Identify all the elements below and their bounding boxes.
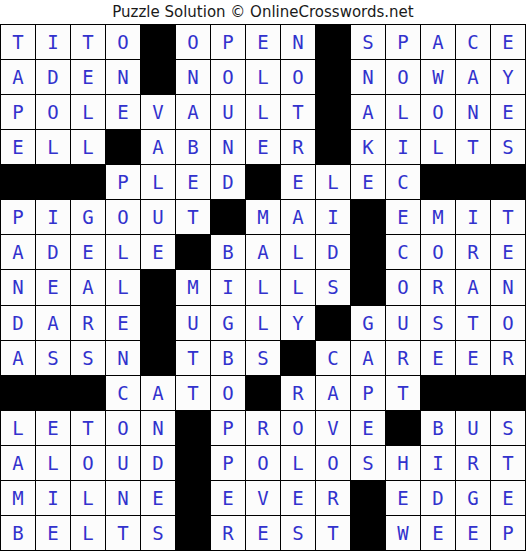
block-cell-r11c13	[421, 376, 455, 410]
letter-cell-r8c14: A	[456, 270, 490, 304]
letter-cell-r13c8: O	[246, 446, 280, 480]
letter-cell-r9c8: L	[246, 306, 280, 340]
letter-cell-r10c7: B	[211, 341, 245, 375]
block-cell-r10c9	[281, 341, 315, 375]
letter-cell-r3c14: N	[456, 95, 490, 129]
letter-cell-r12c13: B	[421, 411, 455, 445]
block-cell-r2c5	[141, 60, 175, 94]
letter-cell-r10c13: E	[421, 341, 455, 375]
block-cell-r5c8	[246, 165, 280, 199]
block-cell-r12c12	[386, 411, 420, 445]
letter-cell-r10c14: E	[456, 341, 490, 375]
letter-cell-r3c2: O	[36, 95, 70, 129]
block-cell-r11c1	[1, 376, 35, 410]
letter-cell-r2c13: W	[421, 60, 455, 94]
letter-cell-r8c10: S	[316, 270, 350, 304]
letter-cell-r13c14: R	[456, 446, 490, 480]
puzzle-solution-page: Puzzle Solution © OnlineCrosswords.net T…	[0, 0, 526, 551]
letter-cell-r7c7: B	[211, 235, 245, 269]
letter-cell-r5c7: D	[211, 165, 245, 199]
letter-cell-r12c7: P	[211, 411, 245, 445]
letter-cell-r11c12: T	[386, 376, 420, 410]
letter-cell-r4c6: B	[176, 130, 210, 164]
letter-cell-r3c1: P	[1, 95, 35, 129]
letter-cell-r2c7: O	[211, 60, 245, 94]
letter-cell-r14c14: G	[456, 481, 490, 515]
letter-cell-r14c7: E	[211, 481, 245, 515]
letter-cell-r8c9: L	[281, 270, 315, 304]
letter-cell-r6c6: T	[176, 200, 210, 234]
letter-cell-r2c8: L	[246, 60, 280, 94]
letter-cell-r6c15: T	[491, 200, 525, 234]
letter-cell-r10c12: R	[386, 341, 420, 375]
block-cell-r8c5	[141, 270, 175, 304]
letter-cell-r12c8: R	[246, 411, 280, 445]
letter-cell-r10c2: S	[36, 341, 70, 375]
letter-cell-r3c13: O	[421, 95, 455, 129]
letter-cell-r5c12: C	[386, 165, 420, 199]
letter-cell-r2c3: E	[71, 60, 105, 94]
letter-cell-r14c12: E	[386, 481, 420, 515]
letter-cell-r6c1: P	[1, 200, 35, 234]
letter-cell-r14c13: D	[421, 481, 455, 515]
letter-cell-r15c8: E	[246, 516, 280, 550]
letter-cell-r7c10: D	[316, 235, 350, 269]
letter-cell-r6c8: M	[246, 200, 280, 234]
letter-cell-r8c4: L	[106, 270, 140, 304]
letter-cell-r15c3: L	[71, 516, 105, 550]
letter-cell-r15c14: E	[456, 516, 490, 550]
letter-cell-r8c8: L	[246, 270, 280, 304]
letter-cell-r1c15: E	[491, 25, 525, 59]
letter-cell-r3c12: L	[386, 95, 420, 129]
letter-cell-r3c7: U	[211, 95, 245, 129]
letter-cell-r15c9: S	[281, 516, 315, 550]
letter-cell-r6c14: I	[456, 200, 490, 234]
letter-cell-r7c8: A	[246, 235, 280, 269]
letter-cell-r14c1: M	[1, 481, 35, 515]
letter-cell-r1c9: N	[281, 25, 315, 59]
letter-cell-r10c15: R	[491, 341, 525, 375]
letter-cell-r9c13: S	[421, 306, 455, 340]
letter-cell-r13c1: A	[1, 446, 35, 480]
letter-cell-r12c5: N	[141, 411, 175, 445]
letter-cell-r3c11: A	[351, 95, 385, 129]
letter-cell-r2c15: Y	[491, 60, 525, 94]
letter-cell-r14c8: V	[246, 481, 280, 515]
letter-cell-r9c4: E	[106, 306, 140, 340]
letter-cell-r14c15: E	[491, 481, 525, 515]
letter-cell-r10c4: N	[106, 341, 140, 375]
block-cell-r5c13	[421, 165, 455, 199]
letter-cell-r15c4: T	[106, 516, 140, 550]
letter-cell-r9c12: U	[386, 306, 420, 340]
block-cell-r5c3	[71, 165, 105, 199]
letter-cell-r4c13: L	[421, 130, 455, 164]
letter-cell-r12c3: T	[71, 411, 105, 445]
letter-cell-r2c6: N	[176, 60, 210, 94]
block-cell-r8c11	[351, 270, 385, 304]
letter-cell-r6c4: O	[106, 200, 140, 234]
block-cell-r11c2	[36, 376, 70, 410]
letter-cell-r10c1: A	[1, 341, 35, 375]
block-cell-r11c14	[456, 376, 490, 410]
block-cell-r5c2	[36, 165, 70, 199]
letter-cell-r6c12: E	[386, 200, 420, 234]
letter-cell-r12c11: E	[351, 411, 385, 445]
letter-cell-r13c10: O	[316, 446, 350, 480]
letter-cell-r10c3: S	[71, 341, 105, 375]
letter-cell-r15c5: S	[141, 516, 175, 550]
letter-cell-r1c13: A	[421, 25, 455, 59]
letter-cell-r13c15: T	[491, 446, 525, 480]
letter-cell-r6c5: U	[141, 200, 175, 234]
letter-cell-r5c6: E	[176, 165, 210, 199]
letter-cell-r11c6: T	[176, 376, 210, 410]
block-cell-r6c7	[211, 200, 245, 234]
letter-cell-r8c15: N	[491, 270, 525, 304]
letter-cell-r4c7: N	[211, 130, 245, 164]
letter-cell-r13c13: I	[421, 446, 455, 480]
letter-cell-r2c9: O	[281, 60, 315, 94]
letter-cell-r1c4: O	[106, 25, 140, 59]
letter-cell-r12c15: S	[491, 411, 525, 445]
block-cell-r12c6	[176, 411, 210, 445]
block-cell-r14c6	[176, 481, 210, 515]
letter-cell-r9c11: G	[351, 306, 385, 340]
letter-cell-r1c3: T	[71, 25, 105, 59]
letter-cell-r7c15: E	[491, 235, 525, 269]
letter-cell-r7c13: O	[421, 235, 455, 269]
letter-cell-r9c1: D	[1, 306, 35, 340]
letter-cell-r2c11: N	[351, 60, 385, 94]
letter-cell-r4c8: E	[246, 130, 280, 164]
block-cell-r4c4	[106, 130, 140, 164]
block-cell-r9c10	[316, 306, 350, 340]
letter-cell-r3c15: E	[491, 95, 525, 129]
letter-cell-r2c12: O	[386, 60, 420, 94]
letter-cell-r9c2: A	[36, 306, 70, 340]
letter-cell-r12c10: V	[316, 411, 350, 445]
letter-cell-r6c2: I	[36, 200, 70, 234]
letter-cell-r3c9: T	[281, 95, 315, 129]
letter-cell-r4c12: I	[386, 130, 420, 164]
letter-cell-r7c4: L	[106, 235, 140, 269]
letter-cell-r10c11: A	[351, 341, 385, 375]
block-cell-r5c14	[456, 165, 490, 199]
letter-cell-r14c4: N	[106, 481, 140, 515]
letter-cell-r7c12: C	[386, 235, 420, 269]
letter-cell-r14c3: L	[71, 481, 105, 515]
letter-cell-r10c8: S	[246, 341, 280, 375]
block-cell-r9c5	[141, 306, 175, 340]
letter-cell-r13c7: P	[211, 446, 245, 480]
letter-cell-r4c9: R	[281, 130, 315, 164]
block-cell-r5c15	[491, 165, 525, 199]
letter-cell-r5c11: E	[351, 165, 385, 199]
block-cell-r15c11	[351, 516, 385, 550]
block-cell-r3c10	[316, 95, 350, 129]
letter-cell-r3c3: L	[71, 95, 105, 129]
letter-cell-r12c1: L	[1, 411, 35, 445]
letter-cell-r12c2: E	[36, 411, 70, 445]
letter-cell-r10c10: C	[316, 341, 350, 375]
letter-cell-r13c3: O	[71, 446, 105, 480]
letter-cell-r3c5: V	[141, 95, 175, 129]
letter-cell-r11c4: C	[106, 376, 140, 410]
letter-cell-r15c12: W	[386, 516, 420, 550]
letter-cell-r15c13: E	[421, 516, 455, 550]
letter-cell-r7c5: E	[141, 235, 175, 269]
letter-cell-r9c15: O	[491, 306, 525, 340]
letter-cell-r12c14: U	[456, 411, 490, 445]
letter-cell-r1c1: T	[1, 25, 35, 59]
letter-cell-r2c1: A	[1, 60, 35, 94]
letter-cell-r1c6: O	[176, 25, 210, 59]
letter-cell-r8c1: N	[1, 270, 35, 304]
letter-cell-r4c5: A	[141, 130, 175, 164]
letter-cell-r4c1: E	[1, 130, 35, 164]
letter-cell-r4c2: L	[36, 130, 70, 164]
letter-cell-r15c2: E	[36, 516, 70, 550]
letter-cell-r13c5: D	[141, 446, 175, 480]
block-cell-r14c11	[351, 481, 385, 515]
letter-cell-r4c15: S	[491, 130, 525, 164]
page-title: Puzzle Solution © OnlineCrosswords.net	[0, 0, 526, 24]
block-cell-r10c5	[141, 341, 175, 375]
letter-cell-r10c6: T	[176, 341, 210, 375]
letter-cell-r8c13: R	[421, 270, 455, 304]
letter-cell-r13c12: H	[386, 446, 420, 480]
letter-cell-r3c6: A	[176, 95, 210, 129]
letter-cell-r13c9: L	[281, 446, 315, 480]
letter-cell-r1c11: S	[351, 25, 385, 59]
letter-cell-r6c13: M	[421, 200, 455, 234]
block-cell-r11c8	[246, 376, 280, 410]
letter-cell-r7c9: L	[281, 235, 315, 269]
block-cell-r5c1	[1, 165, 35, 199]
letter-cell-r4c3: L	[71, 130, 105, 164]
letter-cell-r13c4: U	[106, 446, 140, 480]
letter-cell-r8c6: M	[176, 270, 210, 304]
letter-cell-r9c9: Y	[281, 306, 315, 340]
block-cell-r15c6	[176, 516, 210, 550]
letter-cell-r1c14: C	[456, 25, 490, 59]
letter-cell-r4c11: K	[351, 130, 385, 164]
letter-cell-r3c4: E	[106, 95, 140, 129]
letter-cell-r7c2: D	[36, 235, 70, 269]
letter-cell-r11c5: A	[141, 376, 175, 410]
letter-cell-r5c10: L	[316, 165, 350, 199]
block-cell-r11c3	[71, 376, 105, 410]
block-cell-r2c10	[316, 60, 350, 94]
block-cell-r11c15	[491, 376, 525, 410]
letter-cell-r15c7: R	[211, 516, 245, 550]
letter-cell-r8c3: A	[71, 270, 105, 304]
letter-cell-r13c11: S	[351, 446, 385, 480]
letter-cell-r7c1: A	[1, 235, 35, 269]
letter-cell-r6c9: A	[281, 200, 315, 234]
letter-cell-r12c4: O	[106, 411, 140, 445]
letter-cell-r14c9: E	[281, 481, 315, 515]
letter-cell-r9c7: G	[211, 306, 245, 340]
letter-cell-r13c2: L	[36, 446, 70, 480]
block-cell-r1c5	[141, 25, 175, 59]
block-cell-r4c10	[316, 130, 350, 164]
block-cell-r7c6	[176, 235, 210, 269]
letter-cell-r9c14: T	[456, 306, 490, 340]
crossword-grid: TITOOPENSPACEADENNOLONOWAYPOLEVAULTALONE…	[0, 24, 526, 551]
letter-cell-r8c2: E	[36, 270, 70, 304]
letter-cell-r15c1: B	[1, 516, 35, 550]
letter-cell-r3c8: L	[246, 95, 280, 129]
letter-cell-r7c3: E	[71, 235, 105, 269]
letter-cell-r2c14: A	[456, 60, 490, 94]
letter-cell-r5c5: L	[141, 165, 175, 199]
letter-cell-r14c2: I	[36, 481, 70, 515]
letter-cell-r11c7: O	[211, 376, 245, 410]
letter-cell-r11c10: A	[316, 376, 350, 410]
letter-cell-r14c5: E	[141, 481, 175, 515]
block-cell-r7c11	[351, 235, 385, 269]
letter-cell-r8c12: O	[386, 270, 420, 304]
letter-cell-r15c10: T	[316, 516, 350, 550]
block-cell-r6c11	[351, 200, 385, 234]
letter-cell-r12c9: O	[281, 411, 315, 445]
block-cell-r1c10	[316, 25, 350, 59]
letter-cell-r6c10: I	[316, 200, 350, 234]
letter-cell-r8c7: I	[211, 270, 245, 304]
letter-cell-r6c3: G	[71, 200, 105, 234]
letter-cell-r15c15: P	[491, 516, 525, 550]
letter-cell-r7c14: R	[456, 235, 490, 269]
letter-cell-r9c6: U	[176, 306, 210, 340]
letter-cell-r1c2: I	[36, 25, 70, 59]
letter-cell-r2c4: N	[106, 60, 140, 94]
letter-cell-r1c12: P	[386, 25, 420, 59]
block-cell-r13c6	[176, 446, 210, 480]
letter-cell-r11c9: R	[281, 376, 315, 410]
letter-cell-r5c9: E	[281, 165, 315, 199]
letter-cell-r14c10: R	[316, 481, 350, 515]
letter-cell-r1c8: E	[246, 25, 280, 59]
letter-cell-r4c14: T	[456, 130, 490, 164]
letter-cell-r1c7: P	[211, 25, 245, 59]
letter-cell-r11c11: P	[351, 376, 385, 410]
letter-cell-r2c2: D	[36, 60, 70, 94]
letter-cell-r9c3: R	[71, 306, 105, 340]
letter-cell-r5c4: P	[106, 165, 140, 199]
